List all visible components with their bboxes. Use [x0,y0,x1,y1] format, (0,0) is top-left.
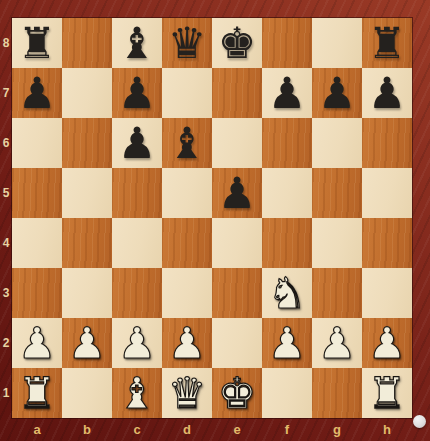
white-pawn-piece[interactable]: ♟ [362,318,412,368]
black-pawn-piece[interactable]: ♟ [112,118,162,168]
rank-label-4: 4 [0,218,12,268]
black-pawn-piece[interactable]: ♟ [12,68,62,118]
square-h6[interactable] [362,118,412,168]
white-rook-piece[interactable]: ♜ [362,368,412,418]
white-pawn-piece[interactable]: ♟ [12,318,62,368]
square-g6[interactable] [312,118,362,168]
square-a3[interactable] [12,268,62,318]
square-b6[interactable] [62,118,112,168]
square-c4[interactable] [112,218,162,268]
file-label-e: e [212,418,262,441]
black-rook-piece[interactable]: ♜ [12,18,62,68]
file-label-a: a [12,418,62,441]
file-label-d: d [162,418,212,441]
white-pawn-piece[interactable]: ♟ [112,318,162,368]
square-f2[interactable]: ♟ [262,318,312,368]
rank-label-6: 6 [0,118,12,168]
square-f6[interactable] [262,118,312,168]
white-to-move-indicator [413,415,426,428]
square-e1[interactable]: ♚ [212,368,262,418]
file-label-g: g [312,418,362,441]
square-e6[interactable] [212,118,262,168]
black-pawn-piece[interactable]: ♟ [362,68,412,118]
square-e8[interactable]: ♚ [212,18,262,68]
square-b7[interactable] [62,68,112,118]
square-a6[interactable] [12,118,62,168]
square-g4[interactable] [312,218,362,268]
square-d2[interactable]: ♟ [162,318,212,368]
white-knight-piece[interactable]: ♞ [262,268,312,318]
rank-label-5: 5 [0,168,12,218]
square-b1[interactable] [62,368,112,418]
file-label-b: b [62,418,112,441]
black-king-piece[interactable]: ♚ [212,18,262,68]
white-queen-piece[interactable]: ♛ [162,368,212,418]
square-f8[interactable] [262,18,312,68]
white-rook-piece[interactable]: ♜ [12,368,62,418]
square-e7[interactable] [212,68,262,118]
file-labels: abcdefgh [12,418,412,441]
square-g2[interactable]: ♟ [312,318,362,368]
white-pawn-piece[interactable]: ♟ [262,318,312,368]
square-g7[interactable]: ♟ [312,68,362,118]
rank-label-3: 3 [0,268,12,318]
square-a5[interactable] [12,168,62,218]
square-a4[interactable] [12,218,62,268]
rank-labels: 87654321 [0,18,12,418]
white-king-piece[interactable]: ♚ [212,368,262,418]
square-b8[interactable] [62,18,112,68]
rank-label-2: 2 [0,318,12,368]
rank-label-7: 7 [0,68,12,118]
white-pawn-piece[interactable]: ♟ [312,318,362,368]
square-d5[interactable] [162,168,212,218]
square-h5[interactable] [362,168,412,218]
black-pawn-piece[interactable]: ♟ [312,68,362,118]
square-f7[interactable]: ♟ [262,68,312,118]
rank-label-8: 8 [0,18,12,68]
square-g5[interactable] [312,168,362,218]
square-c5[interactable] [112,168,162,218]
file-label-h: h [362,418,412,441]
square-f1[interactable] [262,368,312,418]
square-d1[interactable]: ♛ [162,368,212,418]
square-d4[interactable] [162,218,212,268]
square-e5[interactable]: ♟ [212,168,262,218]
square-g8[interactable] [312,18,362,68]
square-b3[interactable] [62,268,112,318]
square-f3[interactable]: ♞ [262,268,312,318]
square-c6[interactable]: ♟ [112,118,162,168]
square-c2[interactable]: ♟ [112,318,162,368]
black-queen-piece[interactable]: ♛ [162,18,212,68]
black-bishop-piece[interactable]: ♝ [112,18,162,68]
square-g1[interactable] [312,368,362,418]
square-c1[interactable]: ♝ [112,368,162,418]
square-c3[interactable] [112,268,162,318]
square-f4[interactable] [262,218,312,268]
rank-label-1: 1 [0,368,12,418]
square-d8[interactable]: ♛ [162,18,212,68]
file-label-c: c [112,418,162,441]
square-e2[interactable] [212,318,262,368]
square-d6[interactable]: ♝ [162,118,212,168]
square-h8[interactable]: ♜ [362,18,412,68]
white-pawn-piece[interactable]: ♟ [162,318,212,368]
square-a1[interactable]: ♜ [12,368,62,418]
square-h7[interactable]: ♟ [362,68,412,118]
square-f5[interactable] [262,168,312,218]
black-pawn-piece[interactable]: ♟ [212,168,262,218]
black-bishop-piece[interactable]: ♝ [162,118,212,168]
square-d3[interactable] [162,268,212,318]
square-a8[interactable]: ♜ [12,18,62,68]
board[interactable]: ♜♝♛♚♜♟♟♟♟♟♟♝♟♞♟♟♟♟♟♟♟♜♝♛♚♜ [12,18,412,418]
square-g3[interactable] [312,268,362,318]
square-c7[interactable]: ♟ [112,68,162,118]
square-h2[interactable]: ♟ [362,318,412,368]
white-bishop-piece[interactable]: ♝ [112,368,162,418]
square-d7[interactable] [162,68,212,118]
square-a7[interactable]: ♟ [12,68,62,118]
square-h1[interactable]: ♜ [362,368,412,418]
black-pawn-piece[interactable]: ♟ [262,68,312,118]
square-h3[interactable] [362,268,412,318]
square-e3[interactable] [212,268,262,318]
square-b2[interactable]: ♟ [62,318,112,368]
black-pawn-piece[interactable]: ♟ [112,68,162,118]
square-b5[interactable] [62,168,112,218]
square-h4[interactable] [362,218,412,268]
file-label-f: f [262,418,312,441]
white-pawn-piece[interactable]: ♟ [62,318,112,368]
square-b4[interactable] [62,218,112,268]
black-rook-piece[interactable]: ♜ [362,18,412,68]
chess-board-frame: 87654321 ♜♝♛♚♜♟♟♟♟♟♟♝♟♞♟♟♟♟♟♟♟♜♝♛♚♜ abcd… [0,0,430,441]
square-c8[interactable]: ♝ [112,18,162,68]
square-a2[interactable]: ♟ [12,318,62,368]
square-e4[interactable] [212,218,262,268]
